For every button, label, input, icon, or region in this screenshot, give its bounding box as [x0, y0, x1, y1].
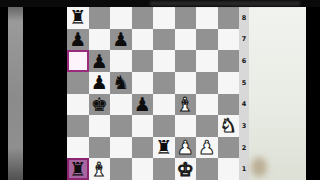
- square-a6[interactable]: [67, 50, 89, 72]
- square-c7[interactable]: ♟: [110, 29, 132, 51]
- square-e7[interactable]: [153, 29, 175, 51]
- square-g5[interactable]: [196, 72, 218, 94]
- square-a2[interactable]: [67, 137, 89, 159]
- piece-black-pawn[interactable]: ♟: [112, 30, 129, 49]
- rank-label-8: 8: [239, 7, 249, 29]
- square-g3[interactable]: [196, 115, 218, 137]
- square-e5[interactable]: [153, 72, 175, 94]
- square-d6[interactable]: [132, 50, 154, 72]
- piece-black-pawn[interactable]: ♟: [69, 30, 86, 49]
- piece-white-bishop[interactable]: ♝: [177, 95, 194, 114]
- square-f1[interactable]: ♚: [175, 158, 197, 180]
- square-h3[interactable]: ♞: [218, 115, 240, 137]
- square-f8[interactable]: [175, 7, 197, 29]
- square-a5[interactable]: [67, 72, 89, 94]
- video-letterbox-top: [0, 0, 320, 7]
- square-c3[interactable]: [110, 115, 132, 137]
- square-h2[interactable]: [218, 137, 240, 159]
- square-a1[interactable]: ♜: [67, 158, 89, 180]
- piece-white-pawn[interactable]: ♟: [177, 138, 194, 157]
- square-d7[interactable]: [132, 29, 154, 51]
- square-h4[interactable]: [218, 94, 240, 116]
- square-c8[interactable]: [110, 7, 132, 29]
- piece-black-rook[interactable]: ♜: [155, 138, 172, 157]
- rank-label-4: 4: [239, 94, 249, 116]
- square-a3[interactable]: [67, 115, 89, 137]
- square-b1[interactable]: ♝: [89, 158, 111, 180]
- square-g8[interactable]: [196, 7, 218, 29]
- piece-black-king[interactable]: ♚: [91, 95, 108, 114]
- right-background-panel: [249, 7, 306, 180]
- square-b5[interactable]: ♟: [89, 72, 111, 94]
- square-g1[interactable]: [196, 158, 218, 180]
- square-g2[interactable]: ♟: [196, 137, 218, 159]
- piece-white-knight[interactable]: ♞: [220, 116, 237, 135]
- square-d2[interactable]: [132, 137, 154, 159]
- square-h8[interactable]: [218, 7, 240, 29]
- square-h5[interactable]: [218, 72, 240, 94]
- video-frame: ♜♟♟♟♟♞♚♟♝♞♜♟♟♜♝♚ 87654321: [0, 0, 320, 180]
- square-g4[interactable]: [196, 94, 218, 116]
- square-h1[interactable]: [218, 158, 240, 180]
- square-e6[interactable]: [153, 50, 175, 72]
- background-smudge: [251, 157, 267, 177]
- square-b8[interactable]: [89, 7, 111, 29]
- piece-black-pawn[interactable]: ♟: [134, 95, 151, 114]
- piece-white-king[interactable]: ♚: [177, 160, 194, 179]
- square-c5[interactable]: ♞: [110, 72, 132, 94]
- rank-label-2: 2: [239, 137, 249, 159]
- square-h6[interactable]: [218, 50, 240, 72]
- rank-label-6: 6: [239, 50, 249, 72]
- chess-board: ♜♟♟♟♟♞♚♟♝♞♜♟♟♜♝♚: [67, 7, 239, 180]
- rank-label-1: 1: [239, 158, 249, 180]
- square-h7[interactable]: [218, 29, 240, 51]
- square-a7[interactable]: ♟: [67, 29, 89, 51]
- piece-black-knight[interactable]: ♞: [112, 73, 129, 92]
- square-c4[interactable]: [110, 94, 132, 116]
- square-g6[interactable]: [196, 50, 218, 72]
- piece-black-pawn[interactable]: ♟: [91, 52, 108, 71]
- square-d8[interactable]: [132, 7, 154, 29]
- rank-labels: 87654321: [239, 7, 249, 180]
- left-gray-strip: [8, 0, 23, 180]
- square-e1[interactable]: [153, 158, 175, 180]
- piece-black-rook[interactable]: ♜: [69, 160, 86, 179]
- piece-white-bishop[interactable]: ♝: [91, 160, 108, 179]
- square-g7[interactable]: [196, 29, 218, 51]
- square-d5[interactable]: [132, 72, 154, 94]
- square-a8[interactable]: ♜: [67, 7, 89, 29]
- square-d1[interactable]: [132, 158, 154, 180]
- piece-black-rook[interactable]: ♜: [69, 8, 86, 27]
- square-e2[interactable]: ♜: [153, 137, 175, 159]
- square-c2[interactable]: [110, 137, 132, 159]
- square-f4[interactable]: ♝: [175, 94, 197, 116]
- square-f6[interactable]: [175, 50, 197, 72]
- square-a4[interactable]: [67, 94, 89, 116]
- square-b6[interactable]: ♟: [89, 50, 111, 72]
- square-d3[interactable]: [132, 115, 154, 137]
- square-d4[interactable]: ♟: [132, 94, 154, 116]
- square-f5[interactable]: [175, 72, 197, 94]
- square-b2[interactable]: [89, 137, 111, 159]
- square-b7[interactable]: [89, 29, 111, 51]
- letterbox-artifact: [150, 1, 300, 6]
- square-e4[interactable]: [153, 94, 175, 116]
- rank-label-3: 3: [239, 115, 249, 137]
- rank-label-5: 5: [239, 72, 249, 94]
- piece-white-pawn[interactable]: ♟: [198, 138, 215, 157]
- square-e3[interactable]: [153, 115, 175, 137]
- square-c1[interactable]: [110, 158, 132, 180]
- square-b3[interactable]: [89, 115, 111, 137]
- piece-black-pawn[interactable]: ♟: [91, 73, 108, 92]
- square-f7[interactable]: [175, 29, 197, 51]
- square-f3[interactable]: [175, 115, 197, 137]
- rank-label-7: 7: [239, 29, 249, 51]
- square-f2[interactable]: ♟: [175, 137, 197, 159]
- square-b4[interactable]: ♚: [89, 94, 111, 116]
- square-c6[interactable]: [110, 50, 132, 72]
- square-e8[interactable]: [153, 7, 175, 29]
